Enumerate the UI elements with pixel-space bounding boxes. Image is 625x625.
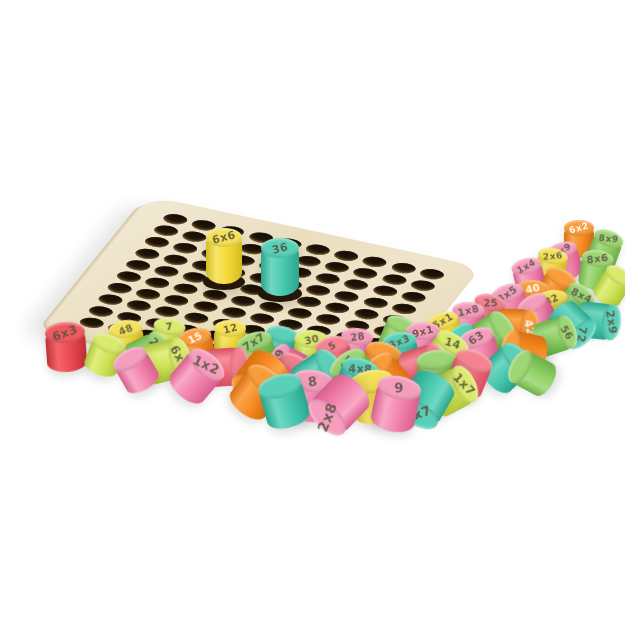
board-hole[interactable] [351,307,381,321]
peg-36[interactable]: 36 [261,238,299,296]
peg-label: 2x9 [603,310,620,336]
board-hole[interactable] [331,249,361,263]
board-hole[interactable] [389,261,419,275]
board-hole[interactable] [171,282,201,296]
peg-label: 28 [349,330,365,343]
board-hole[interactable] [151,224,181,238]
board-hole[interactable] [96,293,126,307]
peg-label: 2x6 [543,250,564,262]
board-hole[interactable] [142,235,172,249]
board-hole[interactable] [105,281,135,295]
board-hole[interactable] [161,212,191,226]
board-hole[interactable] [133,287,163,301]
peg-label: 8x6 [586,252,609,266]
scene: 6x3482x276x7151x2127x74x15x930528453x39x… [0,0,625,625]
board-hole[interactable] [133,247,163,261]
peg-label: 9 [394,380,404,395]
peg-label: 7 [165,321,174,333]
board-hole[interactable] [304,283,334,297]
peg-label: 12 [221,321,238,335]
peg-label: 2x8 [314,400,340,434]
peg-cap: 36 [261,238,299,258]
board-hole[interactable] [170,241,200,255]
board-hole[interactable] [114,270,144,284]
board-hole[interactable] [360,255,390,269]
peg-label: 25 [483,297,498,309]
board-hole[interactable] [314,313,344,327]
board-hole[interactable] [322,260,352,274]
board-hole[interactable] [370,284,400,298]
peg-label: 6x3 [50,322,79,344]
peg-label: 8x9 [598,233,619,245]
board-hole[interactable] [228,294,258,308]
board-hole[interactable] [341,278,371,292]
board-hole[interactable] [152,264,182,278]
peg-label: 56 [559,323,576,342]
board-hole[interactable] [123,258,153,272]
peg-label: 36 [270,240,289,257]
peg-cap: 6x2 [564,220,594,236]
board-hole[interactable] [408,279,438,293]
peg-6x3[interactable]: 6x3 [44,321,87,374]
board-hole[interactable] [257,300,287,314]
board-hole[interactable] [323,301,353,315]
board-hole[interactable] [86,304,116,318]
board-hole[interactable] [332,290,362,304]
board-hole[interactable] [361,296,391,310]
board-hole[interactable] [398,290,428,304]
peg-label: 6x6 [211,228,237,247]
board-hole[interactable] [417,267,447,281]
board-hole[interactable] [285,306,315,320]
board-hole[interactable] [219,306,249,320]
peg-label: 8 [307,373,318,389]
peg-label: 48 [116,321,134,337]
board-hole[interactable] [190,300,220,314]
peg-label: 15 [185,329,203,346]
peg-cap: 6x6 [206,228,242,247]
board-hole[interactable] [162,294,192,308]
peg-label: 1x8 [457,303,481,319]
board-hole[interactable] [379,273,409,287]
peg-cap: 12 [214,320,246,337]
peg-6x6[interactable]: 6x6 [206,228,242,284]
board-hole[interactable] [303,243,333,257]
board-hole[interactable] [200,288,230,302]
board-hole[interactable] [143,276,173,290]
peg-label: 6x2 [568,221,590,236]
board-hole[interactable] [124,299,154,313]
board-hole[interactable] [351,267,381,281]
board-hole[interactable] [313,272,343,286]
board-hole[interactable] [161,253,191,267]
